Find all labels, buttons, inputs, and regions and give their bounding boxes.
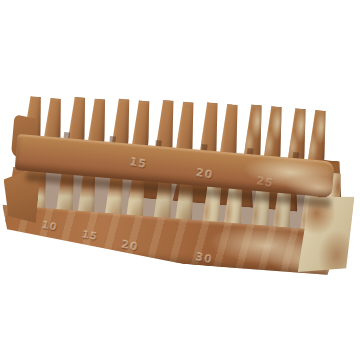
embossed-number: 20 [195,165,214,181]
embossed-number: 15 [81,229,99,243]
embossed-number: 20 [121,238,140,254]
embossed-number: 30 [195,250,214,266]
embossed-number: 15 [129,155,148,171]
product-photo: 10 15 20 30 15 20 25 [0,0,360,360]
embossed-number: 10 [41,219,59,233]
embossed-number: 25 [255,174,274,190]
